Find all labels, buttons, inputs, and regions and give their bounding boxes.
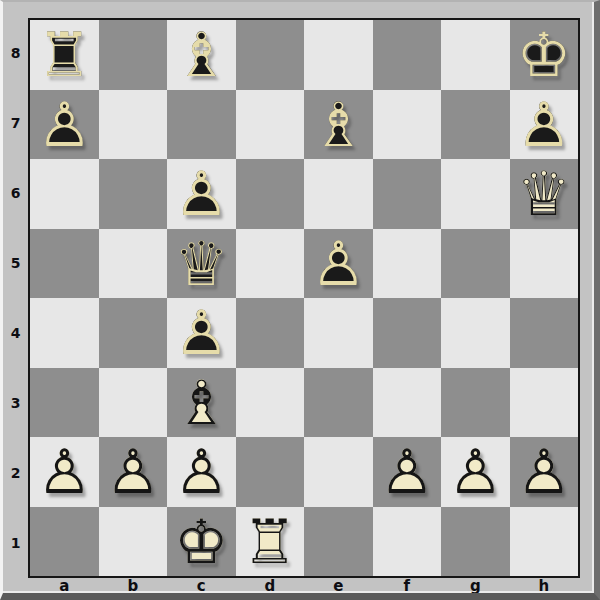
- piece-outline-glyph: ♙: [304, 229, 373, 299]
- square-h6[interactable]: ♛♕: [510, 159, 579, 229]
- piece-outline-glyph: ♙: [30, 90, 99, 160]
- square-b4[interactable]: [99, 298, 168, 368]
- square-d2[interactable]: [236, 437, 305, 507]
- chessboard: ♜♖♝♗♚♔♟♙♝♗♟♙♟♙♛♕♛♕♟♙♟♙♝♗♟♙♟♙♟♙♟♙♟♙♟♙♚♔♜♖: [28, 18, 580, 578]
- square-d4[interactable]: [236, 298, 305, 368]
- square-g6[interactable]: [441, 159, 510, 229]
- piece-outline-glyph: ♔: [510, 20, 579, 90]
- piece-fill-glyph: ♚: [510, 20, 579, 90]
- square-c6[interactable]: ♟♙: [167, 159, 236, 229]
- piece-outline-glyph: ♗: [167, 368, 236, 438]
- rank-label-3: 3: [3, 368, 28, 438]
- piece-fill-glyph: ♟: [30, 90, 99, 160]
- file-label-f: f: [373, 576, 442, 595]
- square-d1[interactable]: ♜♖: [236, 507, 305, 577]
- square-h2[interactable]: ♟♙: [510, 437, 579, 507]
- piece-fill-glyph: ♛: [510, 159, 579, 229]
- rank-label-8: 8: [3, 18, 28, 88]
- piece-fill-glyph: ♝: [167, 20, 236, 90]
- piece-fill-glyph: ♝: [167, 368, 236, 438]
- file-label-c: c: [167, 576, 236, 595]
- rank-label-1: 1: [3, 508, 28, 578]
- piece-outline-glyph: ♔: [167, 507, 236, 577]
- piece-fill-glyph: ♜: [236, 507, 305, 577]
- square-h3[interactable]: [510, 368, 579, 438]
- file-label-a: a: [30, 576, 99, 595]
- piece-outline-glyph: ♙: [373, 437, 442, 507]
- file-label-b: b: [99, 576, 168, 595]
- white-pawn-icon[interactable]: ♟♙: [373, 437, 442, 507]
- piece-outline-glyph: ♗: [304, 90, 373, 160]
- white-queen-icon[interactable]: ♛♕: [510, 159, 579, 229]
- square-f1[interactable]: [373, 507, 442, 577]
- black-bishop-icon[interactable]: ♝♗: [167, 20, 236, 90]
- square-f6[interactable]: [373, 159, 442, 229]
- piece-outline-glyph: ♙: [30, 437, 99, 507]
- square-c4[interactable]: ♟♙: [167, 298, 236, 368]
- piece-fill-glyph: ♚: [167, 507, 236, 577]
- square-f3[interactable]: [373, 368, 442, 438]
- square-d8[interactable]: [236, 20, 305, 90]
- black-queen-icon[interactable]: ♛♕: [167, 229, 236, 299]
- rank-label-2: 2: [3, 438, 28, 508]
- piece-fill-glyph: ♟: [99, 437, 168, 507]
- square-a3[interactable]: [30, 368, 99, 438]
- square-d5[interactable]: [236, 229, 305, 299]
- piece-outline-glyph: ♖: [236, 507, 305, 577]
- piece-fill-glyph: ♜: [30, 20, 99, 90]
- square-e2[interactable]: [304, 437, 373, 507]
- square-h4[interactable]: [510, 298, 579, 368]
- black-pawn-icon[interactable]: ♟♙: [510, 90, 579, 160]
- white-pawn-icon[interactable]: ♟♙: [167, 437, 236, 507]
- square-b2[interactable]: ♟♙: [99, 437, 168, 507]
- rank-label-5: 5: [3, 228, 28, 298]
- piece-fill-glyph: ♟: [373, 437, 442, 507]
- square-c8[interactable]: ♝♗: [167, 20, 236, 90]
- square-a4[interactable]: [30, 298, 99, 368]
- piece-outline-glyph: ♕: [510, 159, 579, 229]
- square-a7[interactable]: ♟♙: [30, 90, 99, 160]
- file-label-e: e: [304, 576, 373, 595]
- square-a2[interactable]: ♟♙: [30, 437, 99, 507]
- square-g8[interactable]: [441, 20, 510, 90]
- black-pawn-icon[interactable]: ♟♙: [304, 229, 373, 299]
- square-g1[interactable]: [441, 507, 510, 577]
- file-label-d: d: [236, 576, 305, 595]
- square-b8[interactable]: [99, 20, 168, 90]
- chessboard-window: 87654321 ♜♖♝♗♚♔♟♙♝♗♟♙♟♙♛♕♛♕♟♙♟♙♝♗♟♙♟♙♟♙♟…: [0, 0, 600, 600]
- piece-outline-glyph: ♙: [510, 437, 579, 507]
- piece-fill-glyph: ♟: [30, 437, 99, 507]
- square-d7[interactable]: [236, 90, 305, 160]
- square-e8[interactable]: [304, 20, 373, 90]
- square-h8[interactable]: ♚♔: [510, 20, 579, 90]
- square-h7[interactable]: ♟♙: [510, 90, 579, 160]
- square-c3[interactable]: ♝♗: [167, 368, 236, 438]
- piece-outline-glyph: ♙: [441, 437, 510, 507]
- square-b1[interactable]: [99, 507, 168, 577]
- square-b5[interactable]: [99, 229, 168, 299]
- black-rook-icon[interactable]: ♜♖: [30, 20, 99, 90]
- square-c5[interactable]: ♛♕: [167, 229, 236, 299]
- piece-outline-glyph: ♙: [510, 90, 579, 160]
- square-a8[interactable]: ♜♖: [30, 20, 99, 90]
- rank-label-4: 4: [3, 298, 28, 368]
- square-g3[interactable]: [441, 368, 510, 438]
- square-e7[interactable]: ♝♗: [304, 90, 373, 160]
- piece-outline-glyph: ♙: [167, 437, 236, 507]
- square-f5[interactable]: [373, 229, 442, 299]
- white-king-icon[interactable]: ♚♔: [167, 507, 236, 577]
- square-g4[interactable]: [441, 298, 510, 368]
- square-a6[interactable]: [30, 159, 99, 229]
- square-e6[interactable]: [304, 159, 373, 229]
- square-g5[interactable]: [441, 229, 510, 299]
- square-e1[interactable]: [304, 507, 373, 577]
- piece-outline-glyph: ♕: [167, 229, 236, 299]
- square-e4[interactable]: [304, 298, 373, 368]
- square-b7[interactable]: [99, 90, 168, 160]
- square-c1[interactable]: ♚♔: [167, 507, 236, 577]
- square-d3[interactable]: [236, 368, 305, 438]
- piece-fill-glyph: ♝: [304, 90, 373, 160]
- piece-outline-glyph: ♙: [99, 437, 168, 507]
- file-labels: abcdefgh: [30, 576, 578, 595]
- piece-fill-glyph: ♟: [167, 298, 236, 368]
- file-label-h: h: [510, 576, 579, 595]
- white-rook-icon[interactable]: ♜♖: [236, 507, 305, 577]
- white-pawn-icon[interactable]: ♟♙: [30, 437, 99, 507]
- square-f7[interactable]: [373, 90, 442, 160]
- square-g2[interactable]: ♟♙: [441, 437, 510, 507]
- square-c7[interactable]: [167, 90, 236, 160]
- piece-fill-glyph: ♟: [510, 437, 579, 507]
- square-e3[interactable]: [304, 368, 373, 438]
- piece-fill-glyph: ♟: [167, 159, 236, 229]
- black-pawn-icon[interactable]: ♟♙: [167, 298, 236, 368]
- square-c2[interactable]: ♟♙: [167, 437, 236, 507]
- square-a5[interactable]: [30, 229, 99, 299]
- black-bishop-icon[interactable]: ♝♗: [304, 90, 373, 160]
- square-h5[interactable]: [510, 229, 579, 299]
- square-a1[interactable]: [30, 507, 99, 577]
- piece-fill-glyph: ♟: [167, 437, 236, 507]
- piece-fill-glyph: ♟: [510, 90, 579, 160]
- rank-label-7: 7: [3, 88, 28, 158]
- file-label-g: g: [441, 576, 510, 595]
- square-f8[interactable]: [373, 20, 442, 90]
- square-f2[interactable]: ♟♙: [373, 437, 442, 507]
- square-b6[interactable]: [99, 159, 168, 229]
- rank-label-6: 6: [3, 158, 28, 228]
- piece-fill-glyph: ♟: [441, 437, 510, 507]
- black-pawn-icon[interactable]: ♟♙: [167, 159, 236, 229]
- piece-outline-glyph: ♗: [167, 20, 236, 90]
- piece-fill-glyph: ♛: [167, 229, 236, 299]
- square-h1[interactable]: [510, 507, 579, 577]
- rank-labels: 87654321: [3, 18, 28, 578]
- black-pawn-icon[interactable]: ♟♙: [30, 90, 99, 160]
- square-b3[interactable]: [99, 368, 168, 438]
- white-bishop-icon[interactable]: ♝♗: [167, 368, 236, 438]
- piece-outline-glyph: ♙: [167, 298, 236, 368]
- white-pawn-icon[interactable]: ♟♙: [99, 437, 168, 507]
- piece-outline-glyph: ♖: [30, 20, 99, 90]
- square-g7[interactable]: [441, 90, 510, 160]
- black-king-icon[interactable]: ♚♔: [510, 20, 579, 90]
- white-pawn-icon[interactable]: ♟♙: [441, 437, 510, 507]
- square-e5[interactable]: ♟♙: [304, 229, 373, 299]
- piece-outline-glyph: ♙: [167, 159, 236, 229]
- square-f4[interactable]: [373, 298, 442, 368]
- square-d6[interactable]: [236, 159, 305, 229]
- piece-fill-glyph: ♟: [304, 229, 373, 299]
- white-pawn-icon[interactable]: ♟♙: [510, 437, 579, 507]
